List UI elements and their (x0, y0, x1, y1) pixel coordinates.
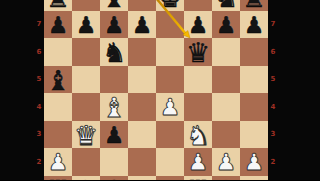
square-e1[interactable] (156, 176, 184, 181)
white-queen-b3: ♛ (74, 122, 98, 150)
square-f4[interactable] (184, 93, 212, 121)
square-e7[interactable] (156, 11, 184, 39)
square-g5[interactable] (212, 66, 240, 94)
square-a5[interactable]: ♝ (44, 66, 72, 94)
square-h2[interactable]: ♟ (240, 148, 268, 176)
square-d3[interactable] (128, 121, 156, 149)
square-d2[interactable] (128, 148, 156, 176)
square-h6[interactable] (240, 38, 268, 66)
white-pawn-h2: ♟ (244, 149, 265, 177)
square-g3[interactable] (212, 121, 240, 149)
chess-board-screenshot: ♜♝♚♞♜♟♟♟♟♟♟♟♞♛♝♝♟♛♟♞♟♟♟♟♜♞♝♜♚ 765432 765… (0, 0, 320, 180)
rank-label-4-left: 4 (35, 103, 43, 111)
square-h8[interactable]: ♜ (240, 0, 268, 11)
white-knight-f3: ♞ (186, 122, 210, 150)
square-e4[interactable]: ♟ (156, 93, 184, 121)
square-d8[interactable] (128, 0, 156, 11)
black-bishop-a5: ♝ (46, 67, 70, 95)
square-c2[interactable] (100, 148, 128, 176)
square-a8[interactable]: ♜ (44, 0, 72, 11)
square-g1[interactable]: ♚ (212, 176, 240, 181)
black-pawn-b7: ♟ (76, 12, 97, 40)
square-d5[interactable] (128, 66, 156, 94)
square-b8[interactable] (72, 0, 100, 11)
rank-label-6-right: 6 (269, 48, 277, 56)
square-h7[interactable]: ♟ (240, 11, 268, 39)
square-c4[interactable]: ♝ (100, 93, 128, 121)
square-d4[interactable] (128, 93, 156, 121)
square-h4[interactable] (240, 93, 268, 121)
square-g6[interactable] (212, 38, 240, 66)
white-pawn-g2: ♟ (216, 149, 237, 177)
square-d6[interactable] (128, 38, 156, 66)
square-a7[interactable]: ♟ (44, 11, 72, 39)
rank-label-4-right: 4 (269, 103, 277, 111)
black-pawn-c7: ♟ (104, 12, 125, 40)
white-bishop-c1: ♝ (102, 177, 126, 181)
square-g4[interactable] (212, 93, 240, 121)
rank-label-2-right: 2 (269, 158, 277, 166)
square-f1[interactable]: ♜ (184, 176, 212, 181)
white-bishop-c4: ♝ (102, 94, 126, 122)
square-g8[interactable]: ♞ (212, 0, 240, 11)
white-pawn-a2: ♟ (48, 149, 69, 177)
square-g2[interactable]: ♟ (212, 148, 240, 176)
square-h3[interactable] (240, 121, 268, 149)
black-pawn-a7: ♟ (48, 12, 69, 40)
square-b1[interactable]: ♞ (72, 176, 100, 181)
square-f8[interactable] (184, 0, 212, 11)
square-e5[interactable] (156, 66, 184, 94)
square-e2[interactable] (156, 148, 184, 176)
square-h1[interactable] (240, 176, 268, 181)
square-h5[interactable] (240, 66, 268, 94)
rank-label-3-right: 3 (269, 130, 277, 138)
square-f6[interactable]: ♛ (184, 38, 212, 66)
square-a1[interactable]: ♜ (44, 176, 72, 181)
white-king-g1: ♚ (214, 177, 238, 181)
rank-label-5-right: 5 (269, 75, 277, 83)
rank-label-7-right: 7 (269, 20, 277, 28)
square-d1[interactable] (128, 176, 156, 181)
black-pawn-f7: ♟ (188, 12, 209, 40)
square-f5[interactable] (184, 66, 212, 94)
square-b5[interactable] (72, 66, 100, 94)
square-b7[interactable]: ♟ (72, 11, 100, 39)
square-c5[interactable] (100, 66, 128, 94)
square-f2[interactable]: ♟ (184, 148, 212, 176)
rank-label-7-left: 7 (35, 20, 43, 28)
black-pawn-d7: ♟ (132, 12, 153, 40)
rank-label-2-left: 2 (35, 158, 43, 166)
square-e6[interactable] (156, 38, 184, 66)
rank-label-5-left: 5 (35, 75, 43, 83)
square-b3[interactable]: ♛ (72, 121, 100, 149)
square-a6[interactable] (44, 38, 72, 66)
black-knight-c6: ♞ (102, 39, 126, 67)
square-c3[interactable]: ♟ (100, 121, 128, 149)
rank-label-6-left: 6 (35, 48, 43, 56)
square-b6[interactable] (72, 38, 100, 66)
square-e3[interactable] (156, 121, 184, 149)
square-f3[interactable]: ♞ (184, 121, 212, 149)
white-knight-b1: ♞ (74, 177, 98, 181)
white-rook-a1: ♜ (46, 177, 70, 181)
square-c8[interactable]: ♝ (100, 0, 128, 11)
square-b2[interactable] (72, 148, 100, 176)
square-a4[interactable] (44, 93, 72, 121)
white-pawn-f2: ♟ (188, 149, 209, 177)
square-e8[interactable]: ♚ (156, 0, 184, 11)
black-pawn-c3: ♟ (104, 122, 125, 150)
square-a2[interactable]: ♟ (44, 148, 72, 176)
white-pawn-e4: ♟ (160, 94, 181, 122)
square-a3[interactable] (44, 121, 72, 149)
square-c7[interactable]: ♟ (100, 11, 128, 39)
black-queen-f6: ♛ (186, 39, 210, 67)
white-rook-f1: ♜ (186, 177, 210, 181)
square-d7[interactable]: ♟ (128, 11, 156, 39)
square-c1[interactable]: ♝ (100, 176, 128, 181)
black-pawn-g7: ♟ (216, 12, 237, 40)
rank-label-3-left: 3 (35, 130, 43, 138)
square-g7[interactable]: ♟ (212, 11, 240, 39)
chessboard: ♜♝♚♞♜♟♟♟♟♟♟♟♞♛♝♝♟♛♟♞♟♟♟♟♜♞♝♜♚ (44, 0, 268, 180)
black-pawn-h7: ♟ (244, 12, 265, 40)
square-f7[interactable]: ♟ (184, 11, 212, 39)
square-c6[interactable]: ♞ (100, 38, 128, 66)
square-b4[interactable] (72, 93, 100, 121)
